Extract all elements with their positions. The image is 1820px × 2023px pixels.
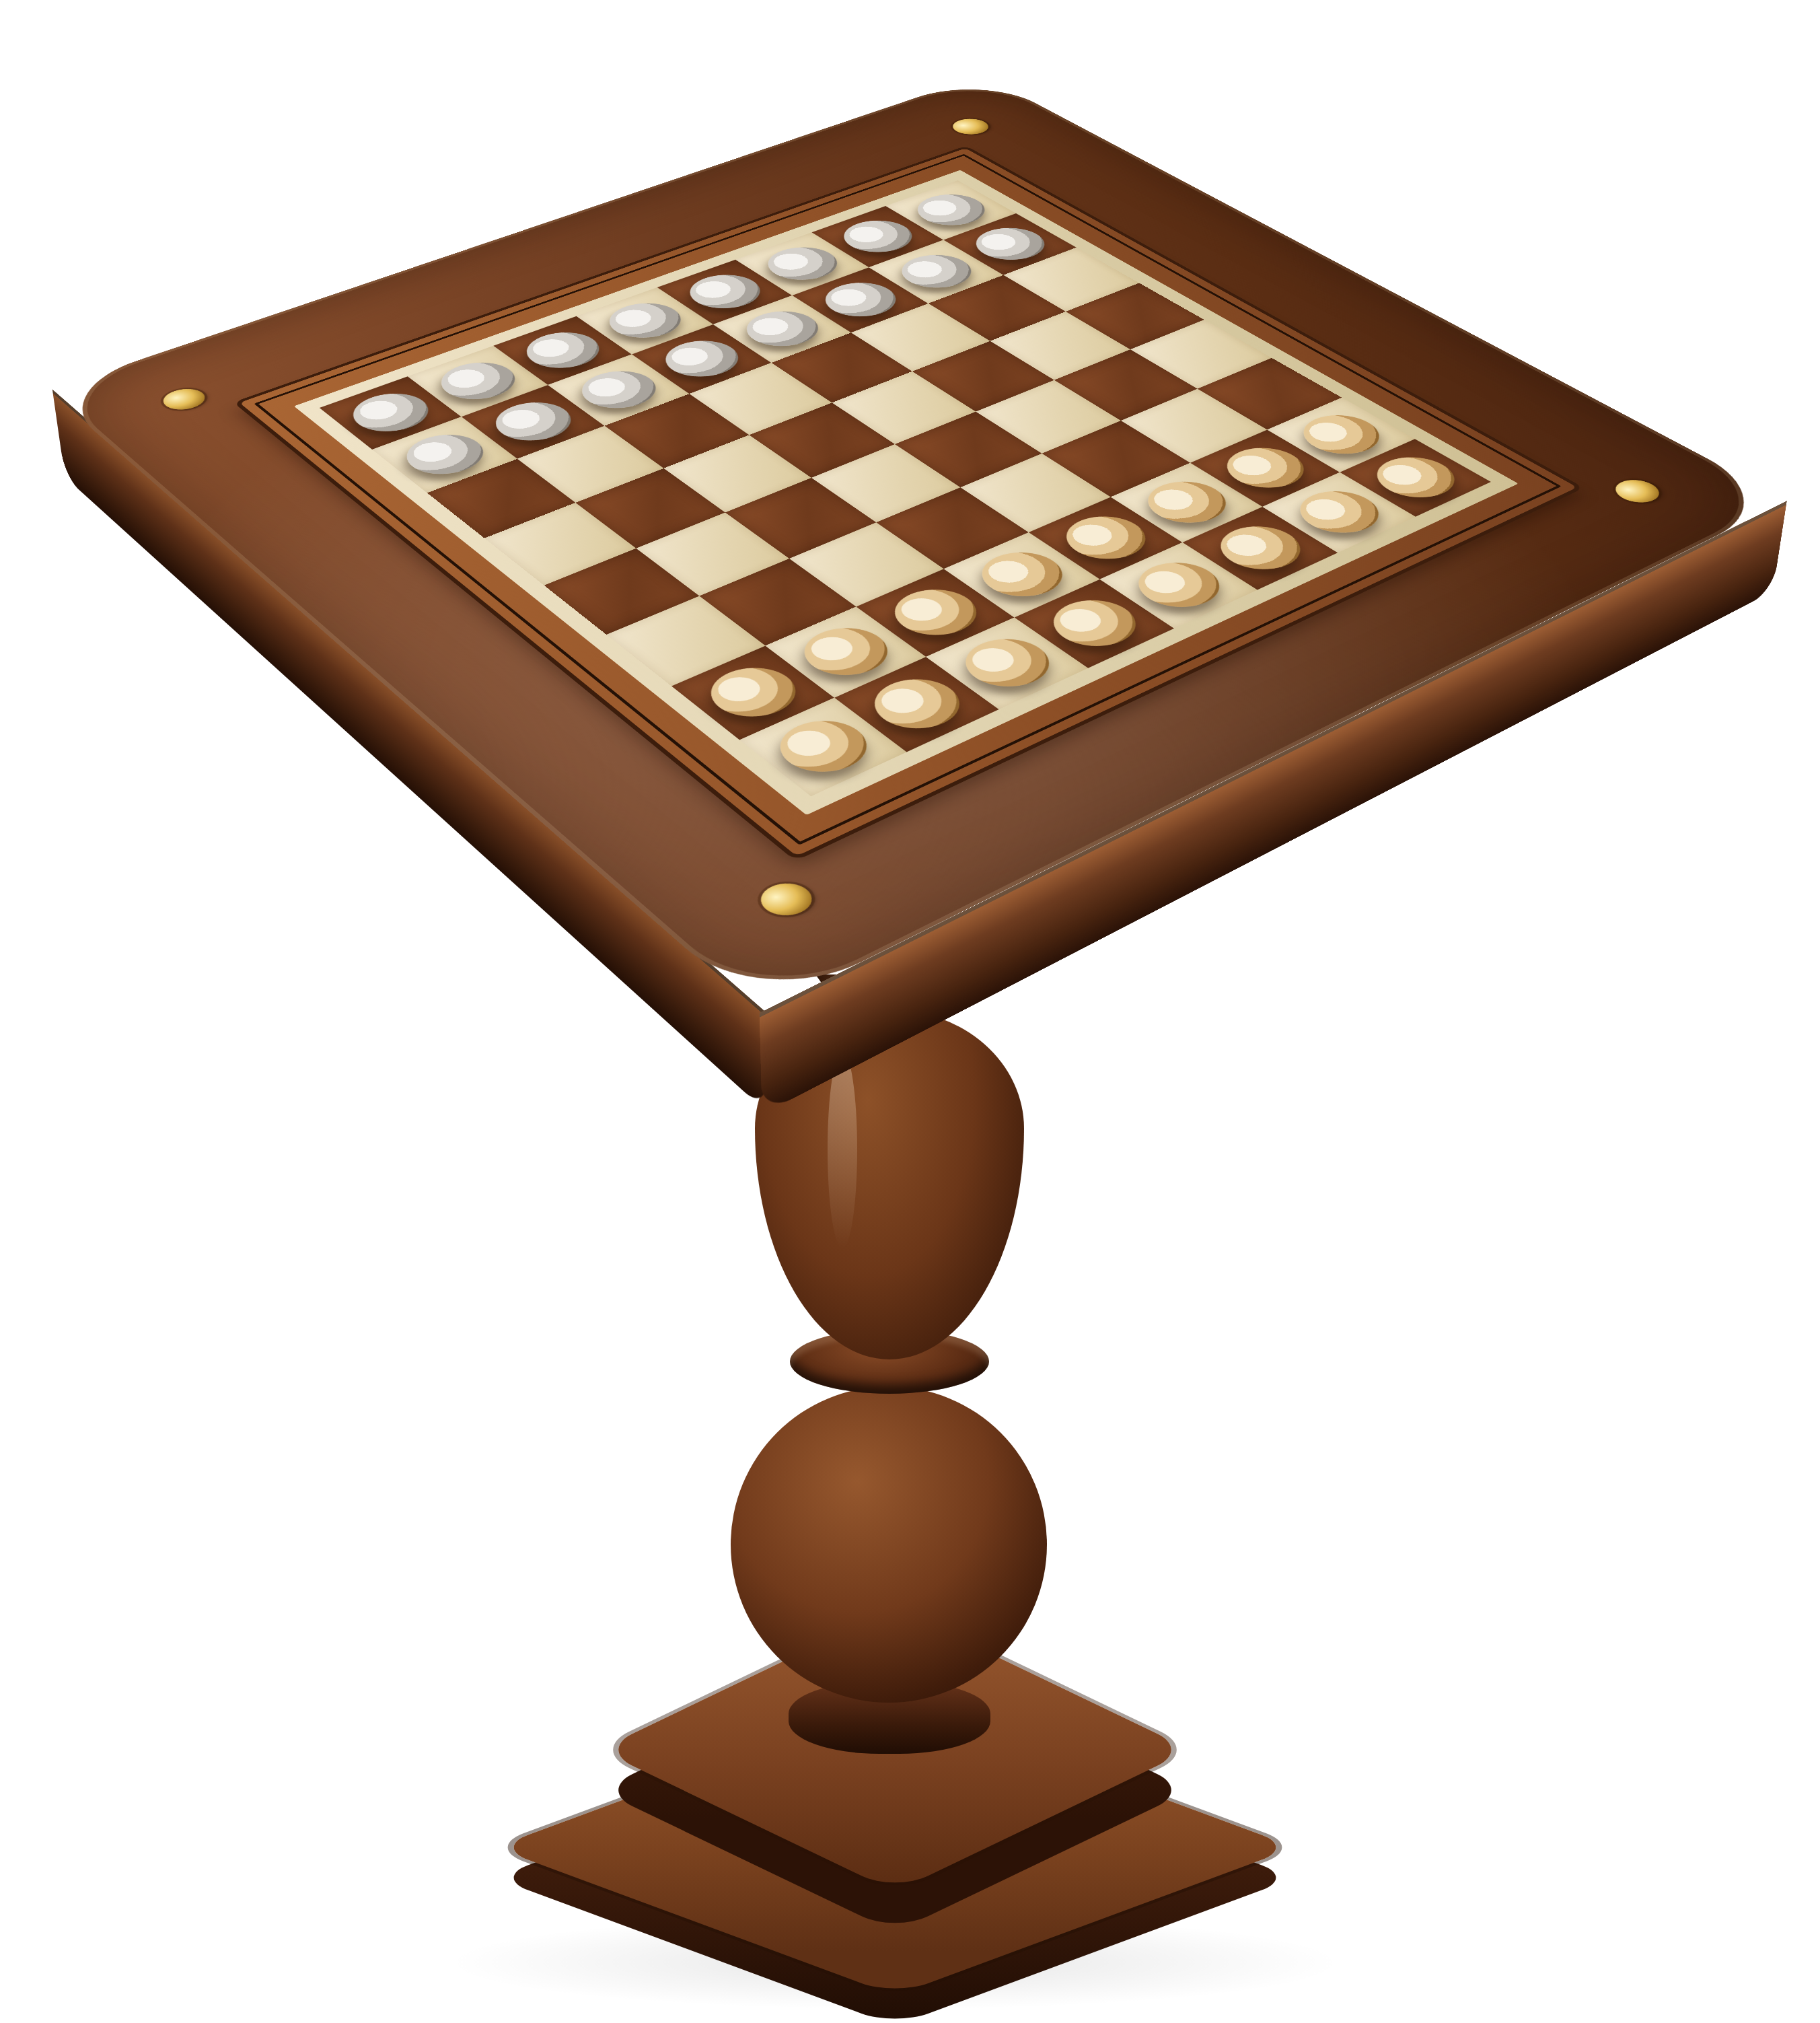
vase-highlight	[828, 1051, 857, 1247]
table-top-3d: ♜♞♝♛♚♝♞♜♟♟♟♟♟♟♟♟♟♟♟♟♟♟♟♟♜♞♝♛♚♝♞♜	[48, 75, 1788, 1013]
chess-table-photo: ♜♞♝♛♚♝♞♜♟♟♟♟♟♟♟♟♟♟♟♟♟♟♟♟♜♞♝♛♚♝♞♜	[0, 0, 1820, 2023]
black-pawn-monkey[interactable]: ♟	[355, 275, 534, 458]
brass-disc-icon	[751, 877, 822, 921]
brass-disc-icon	[1607, 476, 1668, 507]
pedestal-ball	[731, 1386, 1047, 1703]
white-rook-snake-on-tree[interactable]: ♜	[695, 489, 950, 750]
